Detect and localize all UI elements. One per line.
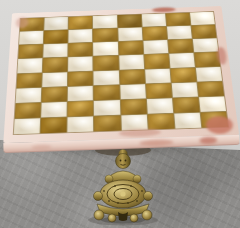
square-e5 — [119, 55, 144, 69]
square-f7 — [142, 27, 167, 41]
marble-vein — [199, 137, 217, 145]
square-d8 — [93, 15, 117, 28]
square-f3 — [146, 83, 172, 98]
square-g5 — [169, 53, 195, 67]
square-f8 — [142, 13, 166, 26]
square-e8 — [117, 14, 141, 27]
square-a3 — [16, 88, 42, 103]
board-grid — [14, 12, 228, 134]
square-a6 — [18, 45, 43, 59]
brass-pedestal — [85, 146, 161, 226]
marble-vein — [119, 128, 161, 137]
square-e4 — [119, 69, 144, 84]
square-g6 — [168, 39, 193, 53]
square-g3 — [171, 82, 197, 97]
square-e2 — [120, 99, 146, 115]
square-c3 — [68, 86, 93, 101]
square-h6 — [193, 38, 219, 52]
square-g7 — [167, 26, 192, 40]
square-g2 — [173, 97, 200, 113]
square-e6 — [118, 41, 143, 55]
square-a7 — [19, 31, 43, 45]
chess-table-top — [0, 0, 239, 153]
square-a5 — [17, 58, 42, 72]
square-f1 — [147, 114, 174, 130]
square-b1 — [41, 117, 67, 133]
square-d6 — [93, 42, 117, 56]
square-e7 — [118, 28, 142, 42]
square-c8 — [69, 16, 93, 29]
square-g8 — [166, 13, 191, 26]
marble-board-surface — [3, 6, 239, 143]
square-f5 — [144, 54, 169, 68]
square-b5 — [43, 58, 68, 72]
square-b3 — [42, 87, 67, 102]
square-g4 — [170, 67, 196, 82]
marble-vein — [31, 144, 51, 150]
square-e3 — [120, 84, 146, 99]
square-b6 — [43, 44, 67, 58]
square-c6 — [69, 43, 93, 57]
square-h3 — [197, 81, 224, 96]
square-b2 — [41, 102, 67, 118]
square-h4 — [196, 67, 222, 82]
pedestal-medallion — [94, 180, 153, 208]
square-h2 — [199, 96, 226, 112]
square-b4 — [42, 72, 67, 87]
square-f2 — [147, 98, 173, 114]
square-b7 — [44, 30, 68, 44]
square-d5 — [94, 56, 119, 70]
photo-stage — [0, 0, 240, 228]
square-a1 — [14, 118, 40, 134]
square-h8 — [190, 12, 215, 25]
square-f4 — [145, 68, 171, 83]
marble-vein — [139, 139, 173, 146]
marble-vein — [205, 116, 234, 135]
square-f6 — [143, 40, 168, 54]
marble-vein — [152, 7, 175, 13]
square-d1 — [94, 115, 120, 131]
square-h7 — [191, 25, 216, 39]
square-c2 — [68, 101, 94, 117]
square-d2 — [94, 100, 120, 116]
square-d4 — [94, 70, 119, 85]
square-c1 — [68, 116, 94, 132]
square-c5 — [68, 57, 93, 71]
square-c7 — [69, 29, 93, 43]
square-c4 — [68, 71, 93, 86]
square-d3 — [94, 85, 119, 100]
square-a4 — [17, 73, 42, 88]
square-g1 — [174, 113, 201, 129]
square-b8 — [44, 17, 68, 30]
square-d7 — [93, 28, 117, 42]
square-a2 — [15, 103, 41, 119]
